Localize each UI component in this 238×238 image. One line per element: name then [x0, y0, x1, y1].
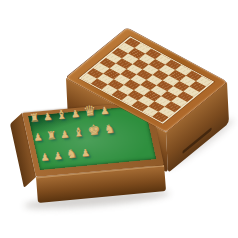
piece-knight[interactable]: ♞	[66, 147, 78, 160]
piece-bishop[interactable]: ♝	[72, 126, 84, 139]
piece-pawn[interactable]: ♟	[33, 132, 43, 143]
piece-king[interactable]: ♚	[87, 122, 101, 137]
chess-set-photo: ♜♟♝♟♛♟♟♜♟♝♚♞♟♟♞♟	[0, 0, 238, 238]
piece-pawn[interactable]: ♟	[40, 152, 50, 163]
piece-knight[interactable]: ♞	[103, 123, 115, 136]
piece-pawn[interactable]: ♟	[80, 148, 90, 159]
piece-pawn[interactable]: ♟	[53, 151, 63, 162]
piece-pawn[interactable]: ♟	[60, 129, 70, 140]
piece-rook[interactable]: ♜	[46, 130, 57, 142]
